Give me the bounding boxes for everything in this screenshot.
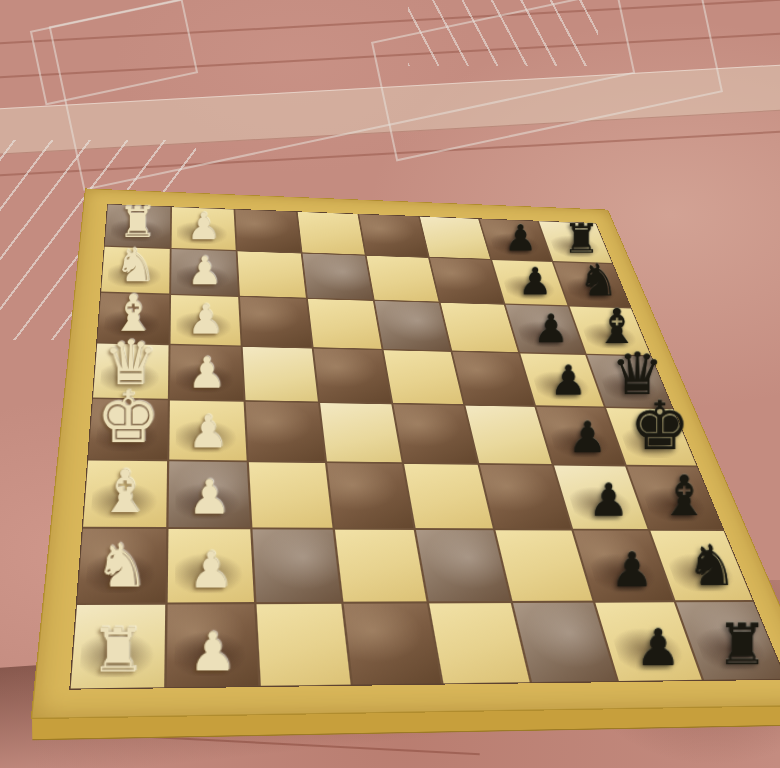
square-c5 — [375, 301, 451, 351]
square-b6 — [430, 258, 504, 304]
piece-white-pawn-c2: ♟ — [187, 300, 224, 341]
square-c3 — [240, 297, 312, 347]
square-d4 — [314, 349, 391, 403]
piece-black-pawn-b7: ♟ — [518, 263, 552, 300]
scene: ♜♟♟♜♞♟♟♞♝♟♟♝♛♟♟♛♚♟♟♚♝♟♟♝♞♟♟♞♜♟♟♜ — [0, 0, 780, 768]
board-front-edge — [32, 705, 780, 741]
square-g1: ♞ — [77, 529, 166, 603]
piece-white-bishop-f1: ♝ — [99, 462, 152, 521]
chess-board: ♜♟♟♜♞♟♟♞♝♟♟♝♛♟♟♛♚♟♟♚♝♟♟♝♞♟♟♞♜♟♟♜ — [31, 188, 780, 719]
square-e4 — [320, 403, 402, 462]
square-d2: ♟ — [170, 345, 244, 400]
piece-white-pawn-f2: ♟ — [188, 474, 230, 521]
square-b3 — [238, 251, 306, 297]
piece-black-pawn-g7: ♟ — [611, 547, 654, 595]
piece-black-knight-g8: ♞ — [686, 538, 737, 594]
square-f3 — [249, 462, 333, 528]
piece-white-pawn-e2: ♟ — [188, 410, 228, 455]
square-g2: ♟ — [168, 529, 254, 602]
piece-white-pawn-d2: ♟ — [188, 352, 226, 395]
piece-white-rook-h1: ♜ — [90, 619, 145, 680]
square-b5 — [367, 256, 439, 302]
square-h3 — [257, 604, 351, 686]
piece-white-pawn-a2: ♟ — [187, 208, 220, 245]
square-e1: ♚ — [88, 399, 168, 460]
piece-black-pawn-c7: ♟ — [534, 310, 569, 349]
piece-black-king-e8: ♚ — [630, 393, 690, 460]
square-f8: ♝ — [627, 466, 723, 529]
photo-of-chess-set: ♜♟♟♜♞♟♟♞♝♟♟♝♛♟♟♛♚♟♟♚♝♟♟♝♞♟♟♞♜♟♟♜ — [0, 0, 780, 768]
square-f5 — [404, 464, 493, 528]
square-h1: ♜ — [71, 605, 166, 689]
square-h5 — [429, 603, 530, 683]
piece-black-knight-b8: ♞ — [579, 258, 619, 302]
square-f6 — [480, 465, 571, 529]
square-c2: ♟ — [171, 295, 241, 345]
piece-black-rook-a8: ♜ — [563, 218, 600, 259]
square-g4 — [335, 530, 427, 602]
square-a5 — [359, 214, 428, 256]
square-g5 — [416, 530, 510, 601]
square-a4 — [298, 212, 365, 255]
piece-white-rook-a1: ♜ — [118, 200, 156, 243]
square-f2: ♟ — [169, 461, 251, 527]
square-f4 — [327, 463, 413, 528]
square-d5 — [384, 350, 464, 404]
piece-white-pawn-g2: ♟ — [188, 546, 233, 596]
square-b2: ♟ — [171, 249, 238, 296]
piece-white-king-e1: ♚ — [96, 383, 160, 454]
square-d3 — [243, 347, 318, 402]
square-f1: ♝ — [83, 460, 167, 527]
square-a6 — [420, 217, 490, 259]
piece-black-pawn-e7: ♟ — [568, 416, 607, 459]
square-g3 — [252, 529, 341, 602]
square-e3 — [246, 402, 325, 462]
piece-black-pawn-h7: ♟ — [636, 623, 681, 674]
square-h2: ♟ — [167, 604, 259, 687]
square-a2: ♟ — [172, 207, 236, 250]
piece-white-knight-g1: ♞ — [95, 536, 149, 596]
piece-black-bishop-f8: ♝ — [659, 468, 709, 524]
piece-black-pawn-f7: ♟ — [588, 478, 629, 523]
piece-black-pawn-d7: ♟ — [550, 360, 587, 401]
board-frame: ♜♟♟♜♞♟♟♞♝♟♟♝♛♟♟♛♚♟♟♚♝♟♟♝♞♟♟♞♜♟♟♜ — [31, 188, 780, 719]
piece-white-knight-b1: ♞ — [115, 242, 157, 289]
square-h4 — [344, 603, 441, 684]
board-grid: ♜♟♟♜♞♟♟♞♝♟♟♝♛♟♟♛♚♟♟♚♝♟♟♝♞♟♟♞♜♟♟♜ — [69, 204, 780, 690]
square-h8: ♜ — [676, 602, 780, 680]
square-e5 — [393, 404, 477, 463]
square-c4 — [308, 299, 382, 349]
square-b4 — [303, 254, 373, 300]
piece-white-pawn-h2: ♟ — [189, 626, 237, 679]
square-g8: ♞ — [650, 531, 752, 600]
piece-black-rook-h8: ♜ — [717, 615, 768, 672]
square-e2: ♟ — [169, 400, 246, 460]
piece-black-pawn-a7: ♟ — [505, 221, 537, 257]
piece-white-pawn-b2: ♟ — [187, 252, 222, 291]
square-a3 — [235, 209, 300, 252]
